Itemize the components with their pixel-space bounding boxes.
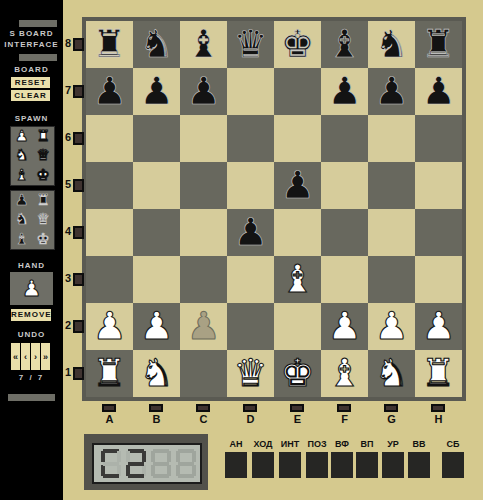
- white-king-icon: ♚: [37, 168, 50, 183]
- white-bishop-icon: ♝: [15, 168, 28, 183]
- board-section-label: BOARD: [0, 65, 63, 74]
- piece-black-pawn: ♟: [327, 68, 361, 115]
- piece-black-pawn: ♟: [92, 68, 126, 115]
- lcd-segment: [167, 451, 171, 462]
- lcd-segment: [103, 462, 119, 466]
- square-c1[interactable]: [180, 350, 227, 397]
- file-label-c: C: [180, 413, 227, 425]
- divider-bar-top: [19, 20, 57, 27]
- lcd-digit-3: [151, 449, 171, 478]
- spawn-black-bishop[interactable]: ♝: [11, 230, 33, 249]
- rank-label-5: 5: [63, 178, 73, 190]
- console-button-sb[interactable]: [442, 452, 464, 478]
- spawn-white-rook[interactable]: ♜: [33, 127, 55, 146]
- square-a5[interactable]: [86, 162, 133, 209]
- square-g5[interactable]: [368, 162, 415, 209]
- undo-rewind-button[interactable]: «: [11, 343, 20, 370]
- square-h4[interactable]: [415, 209, 462, 256]
- square-d4[interactable]: ♟: [227, 209, 274, 256]
- black-knight-icon: ♞: [15, 212, 28, 227]
- lcd-segment: [151, 451, 155, 462]
- piece-white-pawn: ♟: [374, 303, 408, 350]
- spawn-black-queen[interactable]: ♛: [33, 210, 55, 229]
- reset-button[interactable]: RESET: [11, 77, 50, 88]
- lcd-segment: [103, 474, 119, 478]
- lcd-segment: [176, 465, 180, 476]
- undo-controls: «‹›»: [11, 343, 50, 370]
- rank-indicator-7: [73, 85, 84, 98]
- chess-board: ♜♞♝♛♚♝♞♜♟♟♟♟♟♟♟♟♝♟♟♟♟♟♟♜♞♛♚♝♞♜: [86, 21, 462, 397]
- rank-indicator-3: [73, 273, 84, 286]
- piece-black-king: ♚: [280, 21, 314, 68]
- spawn-black-pawn[interactable]: ♟: [11, 191, 33, 210]
- square-h2[interactable]: ♟: [415, 303, 462, 350]
- square-b6[interactable]: [133, 115, 180, 162]
- console-button-vp[interactable]: [356, 452, 378, 478]
- rank-indicator-1: [73, 367, 84, 380]
- board-area: ♜♞♝♛♚♝♞♜♟♟♟♟♟♟♟♟♝♟♟♟♟♟♟♜♞♛♚♝♞♜ 87654321 …: [63, 0, 483, 500]
- clear-button[interactable]: CLEAR: [11, 90, 50, 101]
- white-pawn-icon: ♟: [15, 129, 28, 144]
- square-c4[interactable]: [180, 209, 227, 256]
- undo-counter: 7 / 7: [0, 373, 63, 382]
- console-button-an[interactable]: [225, 452, 247, 478]
- file-label-a: A: [86, 413, 133, 425]
- lcd-segment: [128, 474, 144, 478]
- square-b7[interactable]: ♟: [133, 68, 180, 115]
- file-label-g: G: [368, 413, 415, 425]
- lcd-display-bezel: [84, 434, 208, 490]
- lcd-segment: [117, 451, 121, 462]
- spawn-black-king[interactable]: ♚: [33, 230, 55, 249]
- square-c2[interactable]: ♟: [180, 303, 227, 350]
- spawn-section-label: SPAWN: [0, 114, 63, 123]
- square-f2[interactable]: ♟: [321, 303, 368, 350]
- piece-black-pawn: ♟: [280, 162, 314, 209]
- piece-ghost-white-pawn: ♟: [186, 303, 220, 350]
- lcd-digit-2: [126, 449, 146, 478]
- spawn-white-king[interactable]: ♚: [33, 166, 55, 185]
- rank-label-3: 3: [63, 272, 73, 284]
- file-label-d: D: [227, 413, 274, 425]
- app-title-line2: INTERFACE: [0, 40, 63, 49]
- piece-black-pawn: ♟: [233, 209, 267, 256]
- square-h7[interactable]: ♟: [415, 68, 462, 115]
- square-d8[interactable]: ♛: [227, 21, 274, 68]
- square-c7[interactable]: ♟: [180, 68, 227, 115]
- lcd-display: [92, 443, 202, 484]
- lcd-segment: [192, 451, 196, 462]
- square-f6[interactable]: [321, 115, 368, 162]
- square-e7[interactable]: [274, 68, 321, 115]
- piece-black-queen: ♛: [233, 21, 267, 68]
- piece-black-knight: ♞: [139, 21, 173, 68]
- square-g2[interactable]: ♟: [368, 303, 415, 350]
- lcd-segment: [142, 451, 146, 462]
- file-label-h: H: [415, 413, 462, 425]
- piece-white-pawn: ♟: [421, 303, 455, 350]
- square-c8[interactable]: ♝: [180, 21, 227, 68]
- square-a1[interactable]: ♜: [86, 350, 133, 397]
- square-c3[interactable]: [180, 256, 227, 303]
- piece-black-pawn: ♟: [421, 68, 455, 115]
- square-a3[interactable]: [86, 256, 133, 303]
- file-indicator-d: [243, 404, 257, 412]
- square-e4[interactable]: [274, 209, 321, 256]
- console-button-vf[interactable]: [331, 452, 353, 478]
- rank-label-1: 1: [63, 366, 73, 378]
- file-indicator-e: [290, 404, 304, 412]
- square-h5[interactable]: [415, 162, 462, 209]
- spawn-white-queen[interactable]: ♛: [33, 146, 55, 165]
- square-b2[interactable]: ♟: [133, 303, 180, 350]
- piece-white-pawn: ♟: [139, 303, 173, 350]
- rank-indicator-2: [73, 320, 84, 333]
- square-a8[interactable]: ♜: [86, 21, 133, 68]
- square-e8[interactable]: ♚: [274, 21, 321, 68]
- board-frame: ♜♞♝♛♚♝♞♜♟♟♟♟♟♟♟♟♝♟♟♟♟♟♟♜♞♛♚♝♞♜: [82, 17, 466, 401]
- undo-back-button[interactable]: ‹: [21, 343, 30, 370]
- black-pawn-icon: ♟: [15, 193, 28, 208]
- square-g7[interactable]: ♟: [368, 68, 415, 115]
- undo-forward-button[interactable]: ›: [31, 343, 40, 370]
- square-b5[interactable]: [133, 162, 180, 209]
- rank-label-7: 7: [63, 84, 73, 96]
- spawn-black-knight[interactable]: ♞: [11, 210, 33, 229]
- square-d5[interactable]: [227, 162, 274, 209]
- square-b8[interactable]: ♞: [133, 21, 180, 68]
- hand-slot[interactable]: ♟: [10, 272, 53, 305]
- rank-indicator-5: [73, 179, 84, 192]
- file-indicator-b: [149, 404, 163, 412]
- piece-white-bishop: ♝: [327, 350, 361, 397]
- file-indicator-g: [384, 404, 398, 412]
- lcd-segment: [128, 462, 144, 466]
- file-indicator-f: [337, 404, 351, 412]
- lcd-segment: [176, 451, 180, 462]
- piece-white-queen: ♛: [233, 350, 267, 397]
- square-e2[interactable]: [274, 303, 321, 350]
- square-d1[interactable]: ♛: [227, 350, 274, 397]
- spawn-white-bishop[interactable]: ♝: [11, 166, 33, 185]
- rank-label-8: 8: [63, 37, 73, 49]
- square-d6[interactable]: [227, 115, 274, 162]
- lcd-segment: [153, 462, 169, 466]
- square-d7[interactable]: [227, 68, 274, 115]
- console-button-label-sb: СБ: [433, 439, 473, 449]
- square-d2[interactable]: [227, 303, 274, 350]
- square-f5[interactable]: [321, 162, 368, 209]
- rank-label-2: 2: [63, 319, 73, 331]
- square-a7[interactable]: ♟: [86, 68, 133, 115]
- console-button-ur[interactable]: [382, 452, 404, 478]
- square-b4[interactable]: [133, 209, 180, 256]
- square-f8[interactable]: ♝: [321, 21, 368, 68]
- square-f7[interactable]: ♟: [321, 68, 368, 115]
- file-indicator-a: [102, 404, 116, 412]
- square-a4[interactable]: [86, 209, 133, 256]
- divider-bar-bottom: [8, 394, 55, 401]
- app-title-line1: S BOARD: [0, 29, 63, 38]
- hand-piece-pawn-icon: ♟: [22, 276, 42, 301]
- lcd-segment: [101, 451, 105, 462]
- sidebar: S BOARD INTERFACE BOARD RESET CLEAR SPAW…: [0, 0, 63, 500]
- square-f1[interactable]: ♝: [321, 350, 368, 397]
- console-button-int[interactable]: [279, 452, 301, 478]
- piece-white-king: ♚: [280, 350, 314, 397]
- black-king-icon: ♚: [37, 232, 50, 247]
- file-label-e: E: [274, 413, 321, 425]
- square-g1[interactable]: ♞: [368, 350, 415, 397]
- piece-black-rook: ♜: [421, 21, 455, 68]
- square-h3[interactable]: [415, 256, 462, 303]
- piece-white-pawn: ♟: [92, 303, 126, 350]
- piece-black-pawn: ♟: [374, 68, 408, 115]
- black-rook-icon: ♜: [37, 193, 50, 208]
- spawn-black-rook[interactable]: ♜: [33, 191, 55, 210]
- square-h8[interactable]: ♜: [415, 21, 462, 68]
- rank-indicator-4: [73, 226, 84, 239]
- square-h1[interactable]: ♜: [415, 350, 462, 397]
- square-c5[interactable]: [180, 162, 227, 209]
- undo-section-label: UNDO: [0, 330, 63, 339]
- square-e3[interactable]: ♝: [274, 256, 321, 303]
- file-indicator-h: [431, 404, 445, 412]
- white-queen-icon: ♛: [37, 148, 50, 163]
- spawn-white-pawn[interactable]: ♟: [11, 127, 33, 146]
- square-e6[interactable]: [274, 115, 321, 162]
- square-g4[interactable]: [368, 209, 415, 256]
- white-knight-icon: ♞: [15, 148, 28, 163]
- lcd-segment: [178, 462, 194, 466]
- console-button-hod[interactable]: [252, 452, 274, 478]
- piece-black-rook: ♜: [92, 21, 126, 68]
- rank-label-6: 6: [63, 131, 73, 143]
- piece-black-pawn: ♟: [139, 68, 173, 115]
- lcd-segment: [126, 451, 130, 462]
- square-e1[interactable]: ♚: [274, 350, 321, 397]
- square-e5[interactable]: ♟: [274, 162, 321, 209]
- square-g8[interactable]: ♞: [368, 21, 415, 68]
- piece-white-rook: ♜: [92, 350, 126, 397]
- lcd-digit-4: [176, 449, 196, 478]
- piece-white-rook: ♜: [421, 350, 455, 397]
- piece-white-pawn: ♟: [327, 303, 361, 350]
- square-b1[interactable]: ♞: [133, 350, 180, 397]
- lcd-segment: [151, 465, 155, 476]
- spawn-white-knight[interactable]: ♞: [11, 146, 33, 165]
- rank-indicator-8: [73, 38, 84, 51]
- rank-indicator-6: [73, 132, 84, 145]
- piece-white-bishop: ♝: [280, 256, 314, 303]
- divider-bar-2: [19, 54, 57, 61]
- black-bishop-icon: ♝: [15, 232, 28, 247]
- square-f3[interactable]: [321, 256, 368, 303]
- file-indicator-c: [196, 404, 210, 412]
- file-label-b: B: [133, 413, 180, 425]
- spawn-palette-black: ♟♜♞♛♝♚: [10, 190, 55, 250]
- square-c6[interactable]: [180, 115, 227, 162]
- square-f4[interactable]: [321, 209, 368, 256]
- square-a2[interactable]: ♟: [86, 303, 133, 350]
- square-d3[interactable]: [227, 256, 274, 303]
- square-a6[interactable]: [86, 115, 133, 162]
- console-button-vv[interactable]: [408, 452, 430, 478]
- lcd-segment: [126, 465, 130, 476]
- piece-white-knight: ♞: [374, 350, 408, 397]
- square-h6[interactable]: [415, 115, 462, 162]
- piece-black-bishop: ♝: [327, 21, 361, 68]
- lcd-digit-1: [101, 449, 121, 478]
- piece-black-knight: ♞: [374, 21, 408, 68]
- lcd-segment: [153, 474, 169, 478]
- spawn-palette-white: ♟♜♞♛♝♚: [10, 126, 55, 186]
- piece-black-bishop: ♝: [186, 21, 220, 68]
- rank-label-4: 4: [63, 225, 73, 237]
- hand-section-label: HAND: [0, 261, 63, 270]
- undo-fast-forward-button[interactable]: »: [41, 343, 50, 370]
- black-queen-icon: ♛: [37, 212, 50, 227]
- piece-white-knight: ♞: [139, 350, 173, 397]
- remove-button[interactable]: REMOVE: [11, 309, 51, 321]
- console-button-poz[interactable]: [306, 452, 328, 478]
- piece-black-pawn: ♟: [186, 68, 220, 115]
- lcd-segment: [101, 465, 105, 476]
- square-b3[interactable]: [133, 256, 180, 303]
- white-rook-icon: ♜: [37, 129, 50, 144]
- square-g3[interactable]: [368, 256, 415, 303]
- square-g6[interactable]: [368, 115, 415, 162]
- lcd-segment: [178, 474, 194, 478]
- file-label-f: F: [321, 413, 368, 425]
